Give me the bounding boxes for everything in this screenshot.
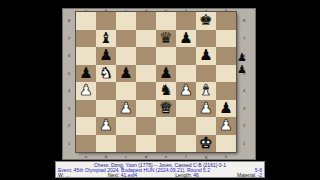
square-c4 — [116, 82, 136, 100]
black-knight-e4: ♞ — [159, 82, 172, 99]
stat-label: Length: — [175, 172, 193, 178]
square-h6 — [216, 47, 236, 65]
rank-label-6: 6 — [63, 47, 75, 65]
rank-label-2: 2 — [63, 117, 75, 135]
square-g4: ♝ — [196, 82, 216, 100]
rank-labels-right: 87654321 — [238, 12, 250, 152]
rank-labels-left: 87654321 — [63, 12, 75, 152]
stat-value: 41.exf4 — [121, 172, 137, 178]
white-pawn-h2: ♟ — [219, 117, 232, 134]
rank-label-2: 2 — [238, 117, 250, 135]
rank-label-3: 3 — [238, 100, 250, 118]
rank-label-8: 8 — [63, 12, 75, 30]
caption-stat-length: Length: 46 — [175, 173, 199, 178]
white-pawn-b2: ♟ — [99, 117, 112, 134]
white-pawn-f4: ♟ — [179, 82, 192, 99]
black-pawn-g6: ♟ — [199, 47, 212, 64]
square-f6 — [176, 47, 196, 65]
square-f4: ♟ — [176, 82, 196, 100]
square-h8 — [216, 12, 236, 30]
square-g6: ♟ — [196, 47, 216, 65]
square-e6 — [156, 47, 176, 65]
black-pawn-icon: ♟ — [237, 64, 247, 76]
square-d4 — [136, 82, 156, 100]
square-a4: ♟ — [76, 82, 96, 100]
square-d1 — [136, 135, 156, 153]
caption-stat-next: Next: 41.exf4 — [108, 173, 137, 178]
rank-label-7: 7 — [63, 30, 75, 48]
square-b1 — [96, 135, 116, 153]
square-a8 — [76, 12, 96, 30]
file-label-d: d — [136, 155, 156, 159]
square-g5 — [196, 65, 216, 83]
black-pawn-c5: ♟ — [119, 65, 132, 82]
square-g7 — [196, 30, 216, 48]
black-king-g8: ♚ — [199, 12, 212, 29]
square-e3: ♛ — [156, 100, 176, 118]
black-pawn-e5: ♟ — [159, 65, 172, 82]
caption-stat-material: Material: -2 — [237, 173, 262, 178]
caption-stats: W: ...Next: 41.exf4Length: 46Material: -… — [58, 173, 262, 178]
stat-value: 46 — [193, 172, 199, 178]
square-a2 — [76, 117, 96, 135]
file-label-a: a — [76, 155, 96, 159]
square-d5 — [136, 65, 156, 83]
square-d6 — [136, 47, 156, 65]
file-label-g: g — [196, 155, 216, 159]
square-b7: ♝ — [96, 30, 116, 48]
square-b3 — [96, 100, 116, 118]
square-a1 — [76, 135, 96, 153]
square-g1: ♚ — [196, 135, 216, 153]
square-c7 — [116, 30, 136, 48]
white-bishop-g4: ♝ — [199, 82, 212, 99]
square-e5: ♟ — [156, 65, 176, 83]
rank-label-7: 7 — [238, 30, 250, 48]
square-b5: ♞ — [96, 65, 116, 83]
stat-label: Next: — [108, 172, 121, 178]
video-frame: abcdefgh abcdefgh 87654321 87654321 ♚♝♛♟… — [0, 0, 320, 180]
white-queen-e3: ♛ — [159, 100, 172, 117]
square-c1 — [116, 135, 136, 153]
square-d3 — [136, 100, 156, 118]
square-e7: ♛ — [156, 30, 176, 48]
file-label-b: b — [96, 155, 116, 159]
black-pawn-f7: ♟ — [179, 30, 192, 47]
chess-board: ♚♝♛♟♟♟♟♞♟♟♟♞♟♝♟♛♟♟♟♟♚ — [76, 12, 236, 152]
square-a5: ♟ — [76, 65, 96, 83]
stat-label: Material: — [237, 172, 258, 178]
square-a3 — [76, 100, 96, 118]
square-e1 — [156, 135, 176, 153]
square-c8 — [116, 12, 136, 30]
square-f1 — [176, 135, 196, 153]
white-pawn-a4: ♟ — [79, 82, 92, 99]
black-pawn-b6: ♟ — [99, 47, 112, 64]
square-h5 — [216, 65, 236, 83]
rank-label-3: 3 — [63, 100, 75, 118]
file-label-h: h — [216, 155, 236, 159]
square-a6 — [76, 47, 96, 65]
white-pawn-c3: ♟ — [119, 100, 132, 117]
file-labels-bottom: abcdefgh — [76, 155, 236, 159]
square-f3 — [176, 100, 196, 118]
square-c2 — [116, 117, 136, 135]
square-f8 — [176, 12, 196, 30]
square-f2 — [176, 117, 196, 135]
file-label-c: c — [116, 155, 136, 159]
square-e8 — [156, 12, 176, 30]
stat-value: ... — [65, 172, 69, 178]
square-c3: ♟ — [116, 100, 136, 118]
square-g8: ♚ — [196, 12, 216, 30]
square-b8 — [96, 12, 116, 30]
square-h7 — [216, 30, 236, 48]
black-bishop-b7: ♝ — [99, 30, 112, 47]
square-c6 — [116, 47, 136, 65]
file-label-e: e — [156, 155, 176, 159]
square-h1 — [216, 135, 236, 153]
square-e4: ♞ — [156, 82, 176, 100]
black-queen-e7: ♛ — [159, 30, 172, 47]
file-label-f: f — [176, 155, 196, 159]
square-d7 — [136, 30, 156, 48]
square-g3: ♟ — [196, 100, 216, 118]
rank-label-4: 4 — [238, 82, 250, 100]
rank-label-8: 8 — [238, 12, 250, 30]
square-g2 — [196, 117, 216, 135]
square-c5: ♟ — [116, 65, 136, 83]
captured-material-tray: ♟♟ — [235, 52, 249, 76]
rank-label-1: 1 — [63, 135, 75, 153]
square-d2 — [136, 117, 156, 135]
square-h2: ♟ — [216, 117, 236, 135]
black-pawn-h3: ♟ — [219, 100, 232, 117]
white-pawn-g3: ♟ — [199, 100, 212, 117]
square-b6: ♟ — [96, 47, 116, 65]
caption-panel: Chess: Dong, Yoon (1775) -- Joves, Casse… — [55, 161, 265, 178]
black-pawn-a5: ♟ — [79, 65, 92, 82]
square-d8 — [136, 12, 156, 30]
square-h3: ♟ — [216, 100, 236, 118]
square-b2: ♟ — [96, 117, 116, 135]
stat-value: -2 — [258, 172, 262, 178]
square-f5 — [176, 65, 196, 83]
caption-stat-w: W: ... — [58, 173, 70, 178]
square-e2 — [156, 117, 176, 135]
white-knight-b5: ♞ — [99, 65, 112, 82]
square-h4 — [216, 82, 236, 100]
square-f7: ♟ — [176, 30, 196, 48]
rank-label-4: 4 — [63, 82, 75, 100]
rank-label-5: 5 — [63, 65, 75, 83]
square-a7 — [76, 30, 96, 48]
square-b4 — [96, 82, 116, 100]
rank-label-1: 1 — [238, 135, 250, 153]
white-king-g1: ♚ — [199, 135, 212, 152]
